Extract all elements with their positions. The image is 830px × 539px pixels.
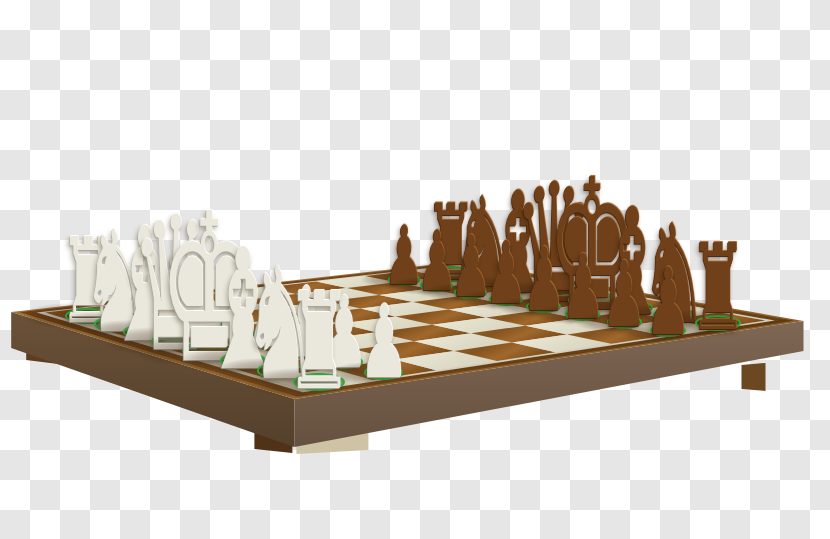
chess-board [0,0,830,539]
transparent-canvas: { "game": "chess", "scene": "3D rendered… [0,0,830,539]
board-foot-right [742,363,766,391]
